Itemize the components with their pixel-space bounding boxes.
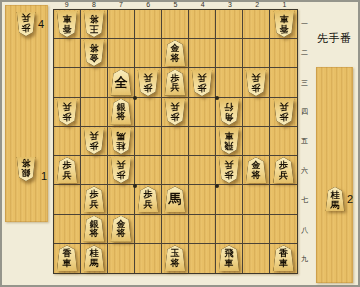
board-square[interactable] bbox=[135, 215, 162, 244]
shogi-piece-sente[interactable]: 歩兵 bbox=[83, 186, 105, 212]
shogi-piece-gote[interactable]: 王将 bbox=[83, 11, 105, 37]
board-square[interactable]: 馬 bbox=[162, 185, 189, 214]
shogi-piece-sente[interactable]: 歩兵 bbox=[164, 70, 186, 96]
board-square[interactable] bbox=[243, 244, 270, 273]
file-label: 6 bbox=[135, 1, 162, 9]
board-square[interactable] bbox=[243, 98, 270, 127]
board-square[interactable]: 角行 bbox=[216, 98, 243, 127]
shogi-piece-gote[interactable]: 金将 bbox=[83, 40, 105, 66]
board-square[interactable]: 銀将 bbox=[81, 215, 108, 244]
board-square[interactable]: 歩兵 bbox=[270, 156, 297, 185]
gote-hand-silver[interactable]: 銀将 bbox=[16, 157, 36, 181]
board-square[interactable] bbox=[189, 127, 216, 156]
board-square[interactable]: 全 bbox=[108, 68, 135, 97]
board-square[interactable] bbox=[243, 185, 270, 214]
shogi-piece-sente[interactable]: 金将 bbox=[110, 216, 132, 242]
board-square[interactable] bbox=[270, 215, 297, 244]
board-square[interactable] bbox=[270, 185, 297, 214]
shogi-piece-gote[interactable]: 歩兵 bbox=[83, 128, 105, 154]
board-square[interactable] bbox=[243, 39, 270, 68]
board-square[interactable] bbox=[135, 127, 162, 156]
board-square[interactable] bbox=[189, 215, 216, 244]
board-square[interactable] bbox=[189, 156, 216, 185]
rank-labels: 一二三四五六七八九 bbox=[300, 9, 309, 274]
star-point bbox=[133, 96, 137, 100]
file-label: 5 bbox=[162, 1, 189, 9]
file-label: 1 bbox=[271, 1, 298, 9]
board-square[interactable] bbox=[216, 68, 243, 97]
board-square[interactable] bbox=[162, 156, 189, 185]
board-square[interactable]: 王将 bbox=[81, 10, 108, 39]
shogi-piece-sente[interactable]: 歩兵 bbox=[56, 157, 78, 183]
board-square[interactable] bbox=[243, 215, 270, 244]
board-square[interactable]: 歩兵 bbox=[189, 68, 216, 97]
board-square[interactable] bbox=[243, 10, 270, 39]
board-grid: 香車王将香車金将金将全歩兵歩兵歩兵歩兵歩兵銀将歩兵角行歩兵歩兵桂馬飛車歩兵歩兵歩… bbox=[54, 10, 297, 273]
shogi-piece-gote[interactable]: 歩兵 bbox=[273, 99, 295, 125]
star-point bbox=[215, 184, 219, 188]
shogi-app-window: 歩兵 4 銀将 1 987654321 香車王将香車金将金将全歩兵歩兵歩兵歩兵歩… bbox=[0, 0, 360, 287]
shogi-piece-sente[interactable]: 全 bbox=[110, 70, 132, 96]
board-square[interactable] bbox=[81, 68, 108, 97]
board-square[interactable]: 飛車 bbox=[216, 127, 243, 156]
board-square[interactable] bbox=[216, 10, 243, 39]
rank-label: 六 bbox=[300, 156, 309, 185]
board-square[interactable] bbox=[108, 10, 135, 39]
board-square[interactable]: 歩兵 bbox=[54, 98, 81, 127]
board-square[interactable]: 歩兵 bbox=[135, 185, 162, 214]
board-square[interactable] bbox=[135, 244, 162, 273]
shogi-piece-gote[interactable]: 銀将 bbox=[16, 157, 36, 181]
board-square[interactable]: 歩兵 bbox=[243, 68, 270, 97]
board-square[interactable] bbox=[270, 127, 297, 156]
board-square[interactable] bbox=[81, 98, 108, 127]
shogi-piece-sente[interactable]: 歩兵 bbox=[137, 186, 159, 212]
shogi-piece-gote[interactable]: 歩兵 bbox=[137, 70, 159, 96]
file-label: 3 bbox=[216, 1, 243, 9]
board-square[interactable]: 金将 bbox=[162, 39, 189, 68]
shogi-board: 香車王将香車金将金将全歩兵歩兵歩兵歩兵歩兵銀将歩兵角行歩兵歩兵桂馬飛車歩兵歩兵歩… bbox=[53, 9, 298, 274]
board-square[interactable] bbox=[162, 127, 189, 156]
rank-label: 四 bbox=[300, 97, 309, 126]
board-square[interactable] bbox=[216, 185, 243, 214]
rank-label: 一 bbox=[300, 9, 309, 38]
rank-label: 三 bbox=[300, 68, 309, 97]
board-square[interactable]: 歩兵 bbox=[162, 68, 189, 97]
board-square[interactable] bbox=[108, 185, 135, 214]
shogi-piece-sente[interactable]: 香車 bbox=[56, 245, 78, 271]
board-square[interactable]: 歩兵 bbox=[81, 127, 108, 156]
board-square[interactable] bbox=[54, 127, 81, 156]
rank-label: 五 bbox=[300, 127, 309, 156]
board-square[interactable]: 香車 bbox=[270, 10, 297, 39]
gote-piece-stand: 歩兵 4 銀将 1 bbox=[5, 5, 48, 222]
board-square[interactable]: 歩兵 bbox=[54, 156, 81, 185]
board-square[interactable] bbox=[189, 185, 216, 214]
board-square[interactable]: 歩兵 bbox=[216, 156, 243, 185]
board-square[interactable] bbox=[189, 98, 216, 127]
board-square[interactable]: 歩兵 bbox=[108, 156, 135, 185]
board-square[interactable]: 桂馬 bbox=[81, 244, 108, 273]
board-square[interactable]: 香車 bbox=[270, 244, 297, 273]
rank-label: 二 bbox=[300, 38, 309, 67]
sente-hand-knight[interactable]: 桂馬 bbox=[325, 187, 345, 211]
shogi-piece-sente[interactable]: 銀将 bbox=[83, 216, 105, 242]
shogi-piece-gote[interactable]: 歩兵 bbox=[110, 157, 132, 183]
file-label: 4 bbox=[189, 1, 216, 9]
board-square[interactable]: 桂馬 bbox=[108, 127, 135, 156]
shogi-piece-sente[interactable]: 馬 bbox=[164, 186, 186, 212]
shogi-piece-gote[interactable]: 角行 bbox=[218, 99, 240, 125]
shogi-piece-gote[interactable]: 歩兵 bbox=[245, 70, 267, 96]
board-square[interactable]: 歩兵 bbox=[135, 68, 162, 97]
board-square[interactable] bbox=[162, 215, 189, 244]
sente-hand-knight-count: 2 bbox=[347, 193, 353, 205]
shogi-piece-gote[interactable]: 歩兵 bbox=[56, 99, 78, 125]
shogi-piece-sente[interactable]: 飛車 bbox=[218, 245, 240, 271]
board-square[interactable] bbox=[108, 244, 135, 273]
file-label: 2 bbox=[244, 1, 271, 9]
board-square[interactable]: 銀将 bbox=[108, 98, 135, 127]
board-square[interactable] bbox=[270, 39, 297, 68]
shogi-piece-sente[interactable]: 香車 bbox=[273, 245, 295, 271]
board-square[interactable]: 歩兵 bbox=[81, 185, 108, 214]
board-square[interactable]: 玉将 bbox=[162, 244, 189, 273]
board-square[interactable]: 金将 bbox=[108, 215, 135, 244]
board-square[interactable] bbox=[54, 185, 81, 214]
board-square[interactable] bbox=[216, 39, 243, 68]
board-square[interactable] bbox=[135, 10, 162, 39]
board-square[interactable] bbox=[54, 39, 81, 68]
shogi-piece-sente[interactable]: 桂馬 bbox=[325, 187, 345, 211]
board-square[interactable]: 歩兵 bbox=[270, 98, 297, 127]
board-square[interactable] bbox=[135, 39, 162, 68]
shogi-piece-gote[interactable]: 歩兵 bbox=[164, 99, 186, 125]
board-square[interactable] bbox=[270, 68, 297, 97]
board-square[interactable]: 歩兵 bbox=[162, 98, 189, 127]
shogi-piece-sente[interactable]: 金将 bbox=[245, 157, 267, 183]
board-square[interactable] bbox=[189, 10, 216, 39]
shogi-piece-sente[interactable]: 金将 bbox=[164, 40, 186, 66]
board-square[interactable] bbox=[189, 244, 216, 273]
board-square[interactable]: 香車 bbox=[54, 10, 81, 39]
shogi-piece-sente[interactable]: 桂馬 bbox=[83, 245, 105, 271]
board-square[interactable]: 飛車 bbox=[216, 244, 243, 273]
sente-piece-stand: 桂馬 2 bbox=[316, 67, 353, 283]
board-square[interactable] bbox=[81, 156, 108, 185]
shogi-piece-gote[interactable]: 歩兵 bbox=[191, 70, 213, 96]
star-point bbox=[133, 184, 137, 188]
board-square[interactable] bbox=[216, 215, 243, 244]
file-label: 7 bbox=[107, 1, 134, 9]
rank-label: 八 bbox=[300, 215, 309, 244]
board-square[interactable] bbox=[135, 98, 162, 127]
rank-label: 七 bbox=[300, 186, 309, 215]
rank-label: 九 bbox=[300, 245, 309, 274]
board-square[interactable]: 金将 bbox=[243, 156, 270, 185]
board-square[interactable] bbox=[54, 68, 81, 97]
board-square[interactable] bbox=[243, 127, 270, 156]
board-square[interactable]: 金将 bbox=[81, 39, 108, 68]
shogi-piece-sente[interactable]: 歩兵 bbox=[273, 157, 295, 183]
file-label: 9 bbox=[53, 1, 80, 9]
shogi-piece-sente[interactable]: 玉将 bbox=[164, 245, 186, 271]
gote-hand-pawn[interactable]: 歩兵 bbox=[16, 12, 36, 36]
board-square[interactable] bbox=[162, 10, 189, 39]
board-square[interactable] bbox=[108, 39, 135, 68]
shogi-piece-gote[interactable]: 桂馬 bbox=[110, 128, 132, 154]
board-square[interactable]: 香車 bbox=[54, 244, 81, 273]
shogi-piece-gote[interactable]: 香車 bbox=[273, 11, 295, 37]
star-point bbox=[215, 96, 219, 100]
shogi-piece-gote[interactable]: 歩兵 bbox=[16, 12, 36, 36]
gote-hand-silver-count: 1 bbox=[41, 170, 47, 182]
shogi-piece-gote[interactable]: 歩兵 bbox=[218, 157, 240, 183]
file-labels: 987654321 bbox=[53, 1, 298, 9]
shogi-piece-gote[interactable]: 香車 bbox=[56, 11, 78, 37]
shogi-piece-sente[interactable]: 銀将 bbox=[110, 99, 132, 125]
board-square[interactable] bbox=[189, 39, 216, 68]
turn-indicator: 先手番 bbox=[317, 31, 357, 46]
gote-hand-pawn-count: 4 bbox=[38, 18, 44, 30]
shogi-piece-gote[interactable]: 飛車 bbox=[218, 128, 240, 154]
board-square[interactable] bbox=[135, 156, 162, 185]
board-square[interactable] bbox=[54, 215, 81, 244]
file-label: 8 bbox=[80, 1, 107, 9]
